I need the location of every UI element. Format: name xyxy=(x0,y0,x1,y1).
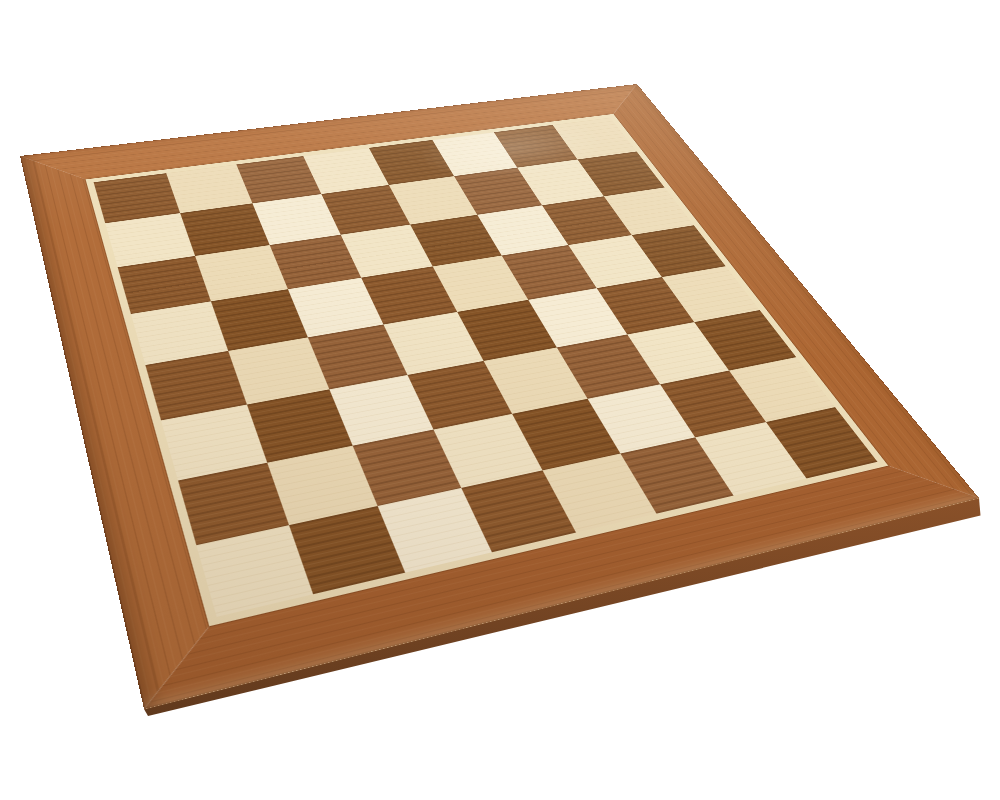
scene-background xyxy=(0,0,1000,800)
